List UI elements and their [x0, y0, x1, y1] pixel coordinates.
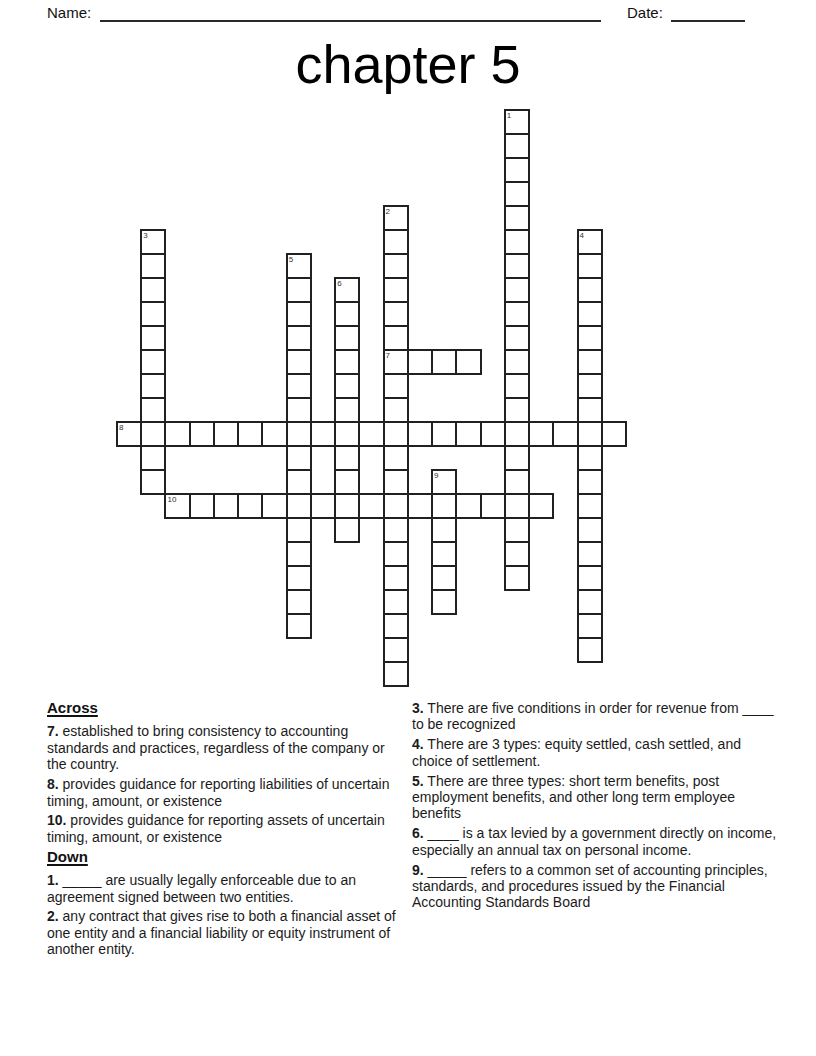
grid-cell-r5c11[interactable] [383, 229, 409, 255]
clue-down-2: 2. any contract that gives rise to both … [47, 908, 401, 957]
clue-across-7: 7. established to bring consistency to a… [47, 723, 401, 772]
clue-across-10: 10. provides guidance for reporting asse… [47, 812, 401, 845]
grid-cell-r16c13[interactable] [431, 493, 457, 519]
grid-cell-r16c19[interactable] [577, 493, 603, 519]
grid-cell-r22c11[interactable] [383, 637, 409, 663]
grid-cell-r10c13[interactable] [431, 349, 457, 375]
grid-cell-r13c17[interactable] [528, 421, 554, 447]
grid-cell-r8c1[interactable] [140, 301, 166, 327]
grid-cell-r6c16[interactable] [504, 253, 530, 279]
grid-cell-r7c19[interactable] [577, 277, 603, 303]
grid-cell-r7c11[interactable] [383, 277, 409, 303]
cell-number-2: 2 [386, 207, 390, 216]
grid-cell-r11c9[interactable] [334, 373, 360, 399]
grid-cell-r15c7[interactable] [286, 469, 312, 495]
grid-cell-r13c14[interactable] [455, 421, 481, 447]
cell-number-10: 10 [167, 495, 176, 504]
grid-cell-r13c16[interactable] [504, 421, 530, 447]
clue-number-label: 7. [47, 723, 59, 739]
grid-cell-r5c16[interactable] [504, 229, 530, 255]
cell-number-3: 3 [143, 231, 147, 240]
grid-cell-r21c11[interactable] [383, 613, 409, 639]
grid-cell-r1c16[interactable] [504, 133, 530, 159]
grid-cell-r16c9[interactable] [334, 493, 360, 519]
grid-cell-r17c13[interactable] [431, 517, 457, 543]
cell-number-6: 6 [337, 279, 341, 288]
grid-cell-r15c19[interactable] [577, 469, 603, 495]
grid-cell-r10c14[interactable] [455, 349, 481, 375]
grid-cell-r10c11[interactable]: 7 [383, 349, 409, 375]
grid-cell-r16c11[interactable] [383, 493, 409, 519]
grid-cell-r10c9[interactable] [334, 349, 360, 375]
grid-cell-r16c12[interactable] [407, 493, 433, 519]
down-heading: Down [47, 849, 401, 865]
cell-number-8: 8 [119, 423, 123, 432]
grid-cell-r12c9[interactable] [334, 397, 360, 423]
grid-cell-r13c6[interactable] [261, 421, 287, 447]
grid-cell-r17c9[interactable] [334, 517, 360, 543]
grid-cell-r12c19[interactable] [577, 397, 603, 423]
cell-number-1: 1 [507, 111, 511, 120]
grid-cell-r20c11[interactable] [383, 589, 409, 615]
grid-cell-r9c19[interactable] [577, 325, 603, 351]
cell-number-4: 4 [580, 231, 584, 240]
grid-cell-r10c12[interactable] [407, 349, 433, 375]
grid-cell-r13c18[interactable] [552, 421, 578, 447]
grid-cell-r16c14[interactable] [455, 493, 481, 519]
grid-cell-r6c19[interactable] [577, 253, 603, 279]
clue-number-label: 6. [412, 825, 424, 841]
grid-cell-r7c1[interactable] [140, 277, 166, 303]
grid-cell-r21c7[interactable] [286, 613, 312, 639]
crossword-worksheet: { "header": { "name_label": "Name:", "da… [0, 0, 816, 1056]
clue-down-5: 5. There are three types: short term ben… [412, 773, 780, 822]
grid-cell-r9c1[interactable] [140, 325, 166, 351]
grid-cell-r7c9[interactable]: 6 [334, 277, 360, 303]
clues-left-column: Across 7. established to bring consisten… [47, 700, 401, 961]
clue-down-4: 4. There are 3 types: equity settled, ca… [412, 736, 780, 769]
grid-cell-r13c15[interactable] [480, 421, 506, 447]
down-clue-list-right: 3. There are five conditions in order fo… [412, 700, 780, 911]
grid-cell-r10c16[interactable] [504, 349, 530, 375]
clue-number-label: 3. [412, 700, 424, 716]
grid-cell-r10c1[interactable] [140, 349, 166, 375]
grid-cell-r14c11[interactable] [383, 445, 409, 471]
crossword-grid: 12345678910 [117, 110, 626, 686]
grid-cell-r11c7[interactable] [286, 373, 312, 399]
date-blank-line [671, 20, 745, 22]
grid-cell-r6c7[interactable]: 5 [286, 253, 312, 279]
clue-number-label: 5. [412, 773, 424, 789]
clue-down-9: 9. _____ refers to a common set of accou… [412, 862, 780, 911]
grid-cell-r13c1[interactable] [140, 421, 166, 447]
grid-cell-r16c2[interactable]: 10 [164, 493, 190, 519]
grid-cell-r10c19[interactable] [577, 349, 603, 375]
grid-cell-r18c7[interactable] [286, 541, 312, 567]
grid-cell-r9c7[interactable] [286, 325, 312, 351]
grid-cell-r16c7[interactable] [286, 493, 312, 519]
grid-cell-r11c1[interactable] [140, 373, 166, 399]
clue-number-label: 1. [47, 872, 59, 888]
grid-cell-r13c7[interactable] [286, 421, 312, 447]
grid-cell-r22c19[interactable] [577, 637, 603, 663]
grid-cell-r17c16[interactable] [504, 517, 530, 543]
grid-cell-r13c3[interactable] [189, 421, 215, 447]
grid-cell-r16c15[interactable] [480, 493, 506, 519]
grid-cell-r13c2[interactable] [164, 421, 190, 447]
grid-cell-r13c13[interactable] [431, 421, 457, 447]
grid-cell-r15c11[interactable] [383, 469, 409, 495]
cell-number-5: 5 [289, 255, 293, 264]
grid-cell-r11c19[interactable] [577, 373, 603, 399]
clues-right-column: 3. There are five conditions in order fo… [412, 700, 780, 914]
grid-cell-r6c11[interactable] [383, 253, 409, 279]
grid-cell-r14c16[interactable] [504, 445, 530, 471]
grid-cell-r0c16[interactable]: 1 [504, 109, 530, 135]
clue-down-6: 6. ____ is a tax levied by a government … [412, 825, 780, 858]
grid-cell-r2c16[interactable] [504, 157, 530, 183]
grid-cell-r9c9[interactable] [334, 325, 360, 351]
grid-cell-r10c7[interactable] [286, 349, 312, 375]
grid-cell-r11c11[interactable] [383, 373, 409, 399]
grid-cell-r18c13[interactable] [431, 541, 457, 567]
across-heading: Across [47, 700, 401, 716]
grid-cell-r3c16[interactable] [504, 181, 530, 207]
grid-cell-r8c16[interactable] [504, 301, 530, 327]
down-clue-list-left: 1. _____ are usually legally enforceable… [47, 872, 401, 958]
grid-cell-r16c17[interactable] [528, 493, 554, 519]
grid-cell-r19c7[interactable] [286, 565, 312, 591]
grid-cell-r13c19[interactable] [577, 421, 603, 447]
grid-cell-r5c1[interactable]: 3 [140, 229, 166, 255]
grid-cell-r13c0[interactable]: 8 [116, 421, 142, 447]
grid-cell-r21c19[interactable] [577, 613, 603, 639]
grid-cell-r7c7[interactable] [286, 277, 312, 303]
grid-cell-r19c19[interactable] [577, 565, 603, 591]
grid-cell-r23c11[interactable] [383, 661, 409, 687]
grid-cell-r13c4[interactable] [213, 421, 239, 447]
grid-cell-r19c11[interactable] [383, 565, 409, 591]
grid-cell-r18c16[interactable] [504, 541, 530, 567]
grid-cell-r5c19[interactable]: 4 [577, 229, 603, 255]
grid-cell-r6c1[interactable] [140, 253, 166, 279]
grid-cell-r12c1[interactable] [140, 397, 166, 423]
grid-cell-r15c16[interactable] [504, 469, 530, 495]
grid-cell-r8c19[interactable] [577, 301, 603, 327]
grid-cell-r7c16[interactable] [504, 277, 530, 303]
grid-cell-r13c12[interactable] [407, 421, 433, 447]
grid-cell-r9c16[interactable] [504, 325, 530, 351]
clue-down-1: 1. _____ are usually legally enforceable… [47, 872, 401, 905]
grid-cell-r14c19[interactable] [577, 445, 603, 471]
grid-cell-r16c16[interactable] [504, 493, 530, 519]
grid-cell-r13c8[interactable] [310, 421, 336, 447]
grid-cell-r13c20[interactable] [601, 421, 627, 447]
across-clue-list: 7. established to bring consistency to a… [47, 723, 401, 845]
grid-cell-r13c5[interactable] [237, 421, 263, 447]
clue-number-label: 9. [412, 862, 424, 878]
grid-cell-r17c19[interactable] [577, 517, 603, 543]
date-label: Date: [627, 4, 663, 21]
grid-cell-r16c3[interactable] [189, 493, 215, 519]
clue-number-label: 4. [412, 736, 424, 752]
grid-cell-r15c1[interactable] [140, 469, 166, 495]
grid-cell-r16c4[interactable] [213, 493, 239, 519]
name-blank-line [100, 20, 601, 22]
grid-cell-r14c7[interactable] [286, 445, 312, 471]
grid-cell-r20c13[interactable] [431, 589, 457, 615]
grid-cell-r12c11[interactable] [383, 397, 409, 423]
grid-cell-r20c7[interactable] [286, 589, 312, 615]
clue-down-3: 3. There are five conditions in order fo… [412, 700, 780, 733]
grid-cell-r18c11[interactable] [383, 541, 409, 567]
grid-cell-r13c9[interactable] [334, 421, 360, 447]
grid-cell-r20c19[interactable] [577, 589, 603, 615]
clue-number-label: 2. [47, 908, 59, 924]
grid-cell-r18c19[interactable] [577, 541, 603, 567]
grid-cell-r12c7[interactable] [286, 397, 312, 423]
grid-cell-r17c7[interactable] [286, 517, 312, 543]
grid-cell-r16c8[interactable] [310, 493, 336, 519]
clue-across-8: 8. provides guidance for reporting liabi… [47, 776, 401, 809]
clue-number-label: 10. [47, 812, 66, 828]
grid-cell-r14c1[interactable] [140, 445, 166, 471]
grid-cell-r13c10[interactable] [358, 421, 384, 447]
grid-cell-r16c6[interactable] [261, 493, 287, 519]
clue-number-label: 8. [47, 776, 59, 792]
grid-cell-r17c11[interactable] [383, 517, 409, 543]
grid-cell-r9c11[interactable] [383, 325, 409, 351]
cell-number-9: 9 [434, 471, 438, 480]
grid-cell-r16c5[interactable] [237, 493, 263, 519]
grid-cell-r8c7[interactable] [286, 301, 312, 327]
cell-number-7: 7 [386, 351, 390, 360]
grid-cell-r8c9[interactable] [334, 301, 360, 327]
grid-cell-r15c9[interactable] [334, 469, 360, 495]
grid-cell-r12c16[interactable] [504, 397, 530, 423]
grid-cell-r14c9[interactable] [334, 445, 360, 471]
grid-cell-r11c16[interactable] [504, 373, 530, 399]
page-title: chapter 5 [0, 36, 816, 93]
name-label: Name: [47, 4, 91, 21]
grid-cell-r13c11[interactable] [383, 421, 409, 447]
grid-cell-r19c13[interactable] [431, 565, 457, 591]
grid-cell-r19c16[interactable] [504, 565, 530, 591]
grid-cell-r16c10[interactable] [358, 493, 384, 519]
grid-cell-r4c16[interactable] [504, 205, 530, 231]
grid-cell-r4c11[interactable]: 2 [383, 205, 409, 231]
grid-cell-r15c13[interactable]: 9 [431, 469, 457, 495]
grid-cell-r8c11[interactable] [383, 301, 409, 327]
